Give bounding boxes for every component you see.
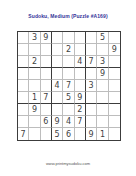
cell-r6c5[interactable]: 5 xyxy=(63,92,74,104)
cell-r3c6[interactable]: 4 xyxy=(75,56,86,68)
cell-r3c9[interactable] xyxy=(109,56,120,68)
cell-r5c9[interactable] xyxy=(109,80,120,92)
cell-r1c1[interactable] xyxy=(18,32,29,44)
cell-r2c3[interactable] xyxy=(41,44,52,56)
cell-r3c8[interactable]: 3 xyxy=(97,56,108,68)
cell-r6c2[interactable]: 1 xyxy=(29,92,40,104)
cell-r6c9[interactable] xyxy=(109,92,120,104)
cell-r3c7[interactable]: 7 xyxy=(86,56,97,68)
sudoku-page: Sudoku, Medium (Puzzle #A169) 3952924739… xyxy=(0,0,136,176)
cell-r7c5[interactable] xyxy=(63,104,74,116)
cell-r9c9[interactable] xyxy=(109,128,120,140)
cell-r9c1[interactable]: 7 xyxy=(18,128,29,140)
cell-r9c8[interactable]: 1 xyxy=(97,128,108,140)
cell-r5c2[interactable] xyxy=(29,80,40,92)
cell-r7c2[interactable]: 9 xyxy=(29,104,40,116)
cell-r7c1[interactable] xyxy=(18,104,29,116)
cell-r3c5[interactable] xyxy=(63,56,74,68)
cell-r1c6[interactable] xyxy=(75,32,86,44)
cell-r1c2[interactable]: 3 xyxy=(29,32,40,44)
cell-r6c6[interactable]: 9 xyxy=(75,92,86,104)
cell-r9c2[interactable] xyxy=(29,128,40,140)
cell-r6c3[interactable]: 7 xyxy=(41,92,52,104)
cell-r8c2[interactable] xyxy=(29,116,40,128)
cell-r4c9[interactable] xyxy=(109,68,120,80)
cell-r8c7[interactable] xyxy=(86,116,97,128)
cell-r2c5[interactable]: 2 xyxy=(63,44,74,56)
cell-r4c1[interactable] xyxy=(18,68,29,80)
cell-r8c1[interactable] xyxy=(18,116,29,128)
cell-r5c7[interactable]: 3 xyxy=(86,80,97,92)
cell-r1c9[interactable] xyxy=(109,32,120,44)
cell-r8c8[interactable] xyxy=(97,116,108,128)
cell-r4c5[interactable] xyxy=(63,68,74,80)
cell-r2c9[interactable]: 9 xyxy=(109,44,120,56)
cell-r4c8[interactable]: 9 xyxy=(97,68,108,80)
cell-r6c1[interactable] xyxy=(18,92,29,104)
cell-r9c5[interactable]: 6 xyxy=(63,128,74,140)
cell-r6c8[interactable] xyxy=(97,92,108,104)
cell-r5c5[interactable]: 7 xyxy=(63,80,74,92)
cell-r7c9[interactable] xyxy=(109,104,120,116)
cell-r9c4[interactable]: 5 xyxy=(52,128,63,140)
cell-r6c4[interactable] xyxy=(52,92,63,104)
cell-r6c7[interactable] xyxy=(86,92,97,104)
cell-r1c3[interactable]: 9 xyxy=(41,32,52,44)
cell-r5c8[interactable] xyxy=(97,80,108,92)
cell-r4c7[interactable] xyxy=(86,68,97,80)
cell-r5c6[interactable] xyxy=(75,80,86,92)
cell-r1c5[interactable] xyxy=(63,32,74,44)
puzzle-title: Sudoku, Medium (Puzzle #A169) xyxy=(0,13,136,19)
cell-r8c4[interactable]: 9 xyxy=(52,116,63,128)
cell-r2c7[interactable] xyxy=(86,44,97,56)
cell-r4c2[interactable] xyxy=(29,68,40,80)
cell-r1c8[interactable]: 5 xyxy=(97,32,108,44)
cell-r3c3[interactable] xyxy=(41,56,52,68)
cell-r1c4[interactable] xyxy=(52,32,63,44)
cell-r9c6[interactable] xyxy=(75,128,86,140)
cell-r9c3[interactable] xyxy=(41,128,52,140)
cell-r9c7[interactable]: 9 xyxy=(86,128,97,140)
cell-r7c3[interactable] xyxy=(41,104,52,116)
cell-r2c8[interactable] xyxy=(97,44,108,56)
cell-r3c2[interactable]: 2 xyxy=(29,56,40,68)
cell-r3c1[interactable] xyxy=(18,56,29,68)
cell-r4c3[interactable] xyxy=(41,68,52,80)
footer-url: www.printmysudoku.com xyxy=(0,161,136,166)
cell-r8c6[interactable]: 7 xyxy=(75,116,86,128)
cell-r2c1[interactable] xyxy=(18,44,29,56)
cell-r8c3[interactable]: 6 xyxy=(41,116,52,128)
cell-r2c6[interactable] xyxy=(75,44,86,56)
cell-r8c5[interactable]: 4 xyxy=(63,116,74,128)
cell-r3c4[interactable] xyxy=(52,56,63,68)
cell-r7c4[interactable] xyxy=(52,104,63,116)
sudoku-board: 3952924739473175992694775691 xyxy=(17,31,121,141)
cell-r2c4[interactable] xyxy=(52,44,63,56)
cell-r7c6[interactable]: 2 xyxy=(75,104,86,116)
cell-r2c2[interactable] xyxy=(29,44,40,56)
cell-r1c7[interactable] xyxy=(86,32,97,44)
cell-r5c3[interactable] xyxy=(41,80,52,92)
cell-r7c7[interactable] xyxy=(86,104,97,116)
cell-r4c4[interactable] xyxy=(52,68,63,80)
cell-r5c1[interactable] xyxy=(18,80,29,92)
cell-r7c8[interactable] xyxy=(97,104,108,116)
cell-r8c9[interactable] xyxy=(109,116,120,128)
cell-r5c4[interactable]: 4 xyxy=(52,80,63,92)
cell-r4c6[interactable] xyxy=(75,68,86,80)
